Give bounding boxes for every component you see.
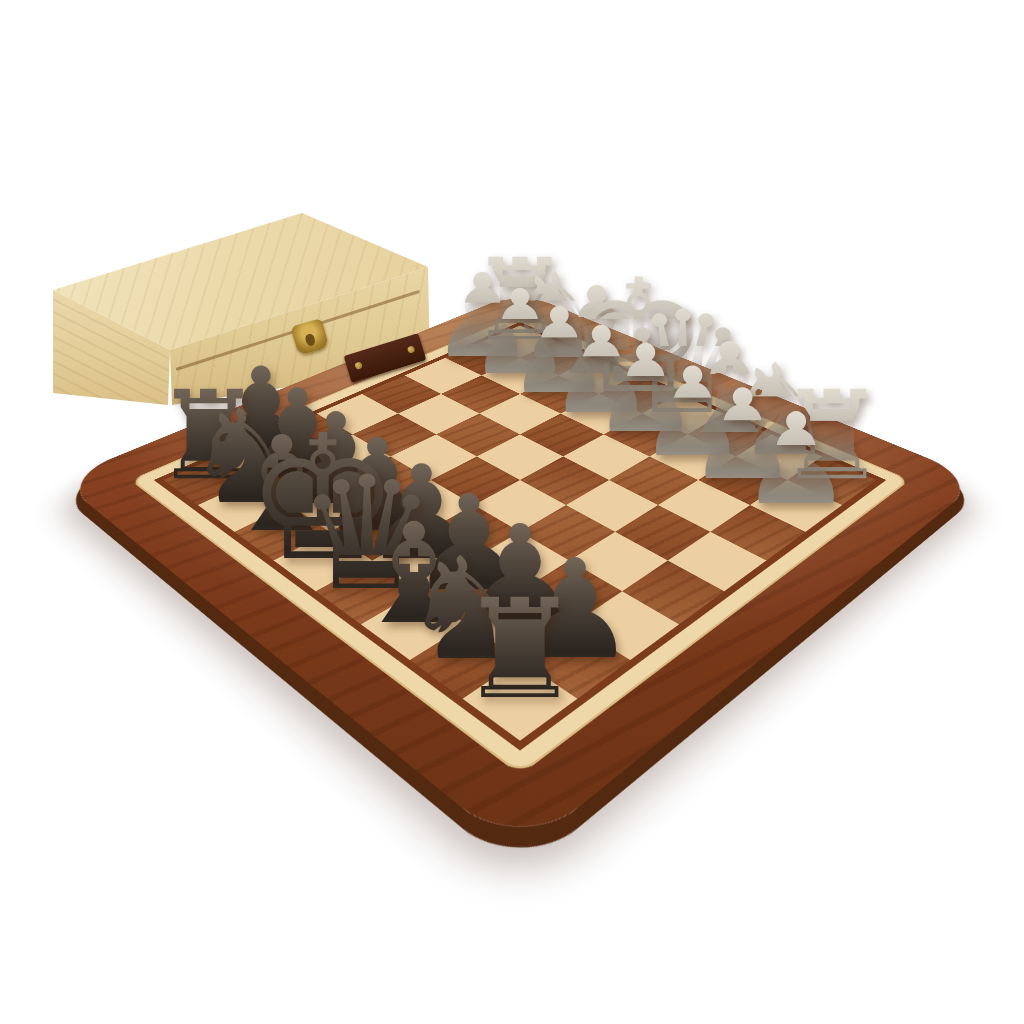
screw-icon xyxy=(354,361,363,370)
product-photo-canvas: ♜♞♝♛♚♝♞♜♟♟♟♟♟♟♟♟♟♟♟♟♟♟♟♟♜♞♝♛♚♝♞♜ xyxy=(0,0,1024,1024)
screw-icon xyxy=(407,345,416,354)
